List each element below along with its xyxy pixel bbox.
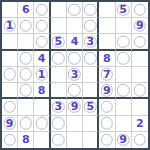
cell-r6c2[interactable] <box>18 83 34 99</box>
cell-r8c8[interactable] <box>116 116 132 132</box>
cell-r9c5[interactable] <box>67 132 83 148</box>
given-digit: 5 <box>86 101 94 112</box>
cell-r8c9[interactable]: 2 <box>132 116 148 132</box>
given-digit: 6 <box>22 4 30 15</box>
cell-r4c4[interactable] <box>51 51 67 67</box>
odd-marker-circle <box>20 20 33 33</box>
cell-r1c8[interactable]: 5 <box>116 2 132 18</box>
cell-r8c4[interactable] <box>51 116 67 132</box>
odd-marker-circle <box>134 84 147 97</box>
odd-marker-circle <box>20 84 33 97</box>
cell-r6c4[interactable] <box>51 83 67 99</box>
cell-r9c7[interactable] <box>99 132 115 148</box>
cell-r1c1[interactable] <box>2 2 18 18</box>
cell-r7c2[interactable] <box>18 99 34 115</box>
odd-marker-circle <box>20 117 33 130</box>
cell-r2c1[interactable]: 1 <box>2 18 18 34</box>
cell-r7c7[interactable] <box>99 99 115 115</box>
cell-r2c6[interactable] <box>83 18 99 34</box>
cell-r2c9[interactable]: 9 <box>132 18 148 34</box>
odd-marker-circle <box>20 52 33 65</box>
given-digit: 9 <box>119 134 127 145</box>
cell-r7c8[interactable] <box>116 99 132 115</box>
cell-r8c7[interactable] <box>99 116 115 132</box>
odd-marker-circle <box>134 3 147 16</box>
odd-marker-circle <box>134 134 147 147</box>
given-digit: 1 <box>38 69 46 80</box>
odd-marker-circle <box>35 35 48 48</box>
cell-r1c7[interactable] <box>99 2 115 18</box>
cell-r7c9[interactable] <box>132 99 148 115</box>
cell-r7c3[interactable] <box>34 99 50 115</box>
given-digit: 5 <box>119 4 127 15</box>
cell-r6c3[interactable]: 8 <box>34 83 50 99</box>
odd-marker-circle <box>35 117 48 130</box>
odd-marker-circle <box>68 52 81 65</box>
odd-marker-circle <box>101 101 114 114</box>
cell-r6c9[interactable] <box>132 83 148 99</box>
odd-marker-circle <box>35 3 48 16</box>
given-digit: 8 <box>22 134 30 145</box>
given-digit: 3 <box>86 36 94 47</box>
cell-r2c5[interactable] <box>67 18 83 34</box>
odd-marker-circle <box>117 35 130 48</box>
cell-r5c4[interactable] <box>51 67 67 83</box>
cell-r6c8[interactable] <box>116 83 132 99</box>
cell-r1c9[interactable] <box>132 2 148 18</box>
cell-r4c6[interactable] <box>83 51 99 67</box>
cell-r3c4[interactable]: 5 <box>51 34 67 50</box>
cell-r9c3[interactable] <box>34 132 50 148</box>
given-digit: 3 <box>71 69 79 80</box>
cell-r9c4[interactable] <box>51 132 67 148</box>
cell-r6c1[interactable] <box>2 83 18 99</box>
cell-r4c5[interactable] <box>67 51 83 67</box>
cell-r3c7[interactable] <box>99 34 115 50</box>
cell-r3c3[interactable] <box>34 34 50 50</box>
cell-r2c7[interactable] <box>99 18 115 34</box>
odd-marker-circle <box>84 3 97 16</box>
cell-r2c8[interactable] <box>116 18 132 34</box>
odd-marker-circle <box>3 134 16 147</box>
cell-r8c5[interactable] <box>67 116 83 132</box>
cell-r5c1[interactable] <box>2 67 18 83</box>
cell-r4c1[interactable] <box>2 51 18 67</box>
cell-r6c5[interactable] <box>67 83 83 99</box>
sudoku-board: 651954348137893959289 <box>0 0 150 150</box>
cell-r1c3[interactable] <box>34 2 50 18</box>
given-digit: 9 <box>136 20 144 31</box>
cell-r5c7[interactable]: 7 <box>99 67 115 83</box>
cell-r8c6[interactable] <box>83 116 99 132</box>
cell-r7c1[interactable] <box>2 99 18 115</box>
cell-r3c9[interactable] <box>132 34 148 50</box>
cell-r4c7[interactable]: 8 <box>99 51 115 67</box>
cell-r6c7[interactable]: 9 <box>99 83 115 99</box>
odd-marker-circle <box>52 117 65 130</box>
odd-marker-circle <box>52 134 65 147</box>
given-digit: 4 <box>71 36 79 47</box>
odd-marker-circle <box>101 117 114 130</box>
given-digit: 8 <box>38 85 46 96</box>
odd-marker-circle <box>68 84 81 97</box>
cell-r8c3[interactable] <box>34 116 50 132</box>
cell-r4c2[interactable] <box>18 51 34 67</box>
cell-r4c8[interactable] <box>116 51 132 67</box>
cell-r3c5[interactable]: 4 <box>67 34 83 50</box>
odd-marker-circle <box>101 134 114 147</box>
given-digit: 4 <box>38 53 46 64</box>
cell-r7c5[interactable]: 9 <box>67 99 83 115</box>
cell-r9c8[interactable]: 9 <box>116 132 132 148</box>
given-digit: 9 <box>71 101 79 112</box>
odd-marker-circle <box>84 52 97 65</box>
cell-r5c8[interactable] <box>116 67 132 83</box>
cell-r3c8[interactable] <box>116 34 132 50</box>
given-digit: 7 <box>103 69 111 80</box>
cell-r2c2[interactable] <box>18 18 34 34</box>
cell-r1c5[interactable] <box>67 2 83 18</box>
cell-r8c1[interactable]: 9 <box>2 116 18 132</box>
cell-r2c4[interactable] <box>51 18 67 34</box>
odd-marker-circle <box>52 52 65 65</box>
given-digit: 9 <box>103 85 111 96</box>
given-digit: 3 <box>54 101 62 112</box>
cell-r3c2[interactable] <box>18 34 34 50</box>
cell-r7c4[interactable]: 3 <box>51 99 67 115</box>
odd-marker-circle <box>117 52 130 65</box>
odd-marker-circle <box>3 101 16 114</box>
odd-marker-circle <box>117 84 130 97</box>
odd-marker-circle <box>35 20 48 33</box>
cell-r3c6[interactable]: 3 <box>83 34 99 50</box>
cell-r4c3[interactable]: 4 <box>34 51 50 67</box>
cell-r1c2[interactable]: 6 <box>18 2 34 18</box>
odd-marker-circle <box>134 35 147 48</box>
odd-marker-circle <box>3 68 16 81</box>
odd-marker-circle <box>68 3 81 16</box>
cell-r7c6[interactable]: 5 <box>83 99 99 115</box>
odd-marker-circle <box>20 68 33 81</box>
cell-r4c9[interactable] <box>132 51 148 67</box>
odd-marker-circle <box>84 20 97 33</box>
cell-r1c6[interactable] <box>83 2 99 18</box>
cell-r9c1[interactable] <box>2 132 18 148</box>
cell-r1c4[interactable] <box>51 2 67 18</box>
cell-r5c6[interactable] <box>83 67 99 83</box>
given-digit: 2 <box>136 118 144 129</box>
given-digit: 5 <box>54 36 62 47</box>
cell-r5c3[interactable]: 1 <box>34 67 50 83</box>
given-digit: 9 <box>6 118 14 129</box>
cell-r5c2[interactable] <box>18 67 34 83</box>
cell-r2c3[interactable] <box>34 18 50 34</box>
cell-r6c6[interactable] <box>83 83 99 99</box>
cell-r5c9[interactable] <box>132 67 148 83</box>
given-digit: 8 <box>103 53 111 64</box>
cell-r9c9[interactable] <box>132 132 148 148</box>
cell-r8c2[interactable] <box>18 116 34 132</box>
cell-r3c1[interactable] <box>2 34 18 50</box>
cell-r5c5[interactable]: 3 <box>67 67 83 83</box>
given-digit: 1 <box>6 20 14 31</box>
cell-r9c2[interactable]: 8 <box>18 132 34 148</box>
cell-r9c6[interactable] <box>83 132 99 148</box>
